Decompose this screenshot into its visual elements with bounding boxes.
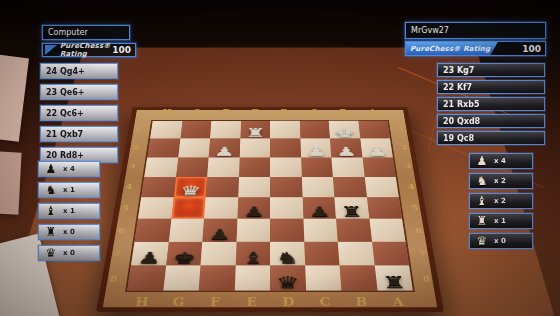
square-d7[interactable]: ♞: [270, 241, 305, 265]
square-b5[interactable]: ♜: [334, 197, 369, 219]
file-label: F: [211, 109, 241, 116]
white-rating-bar: PureChess® Rating 100: [42, 43, 136, 57]
black-pawn-piece: ♟: [202, 226, 236, 242]
square-d5[interactable]: [270, 197, 303, 219]
square-g2[interactable]: [178, 139, 210, 158]
square-c6[interactable]: [303, 219, 338, 242]
white-rating-label: PureChess® Rating: [60, 42, 112, 58]
file-label: D: [270, 109, 300, 116]
rook-icon: ♜: [43, 225, 59, 239]
black-queen-piece: ♛: [270, 274, 306, 292]
captured-black-queen: ♛x 0: [38, 245, 100, 261]
black-move-entry: 21 Rxb5: [437, 97, 545, 111]
file-label: A: [379, 295, 418, 310]
file-label: A: [358, 109, 388, 116]
square-h1[interactable]: [150, 121, 182, 139]
rating-flag-icon: [45, 45, 57, 55]
square-b8[interactable]: [339, 265, 377, 290]
square-e6[interactable]: [236, 219, 270, 242]
bishop-icon: ♝: [43, 204, 59, 218]
black-rook-piece: ♜: [375, 274, 413, 292]
black-rating-label: PureChess® Rating: [410, 45, 490, 53]
square-e1[interactable]: ♜: [240, 121, 270, 139]
captured-white-queen: ♛x 0: [469, 233, 533, 249]
square-d4[interactable]: [270, 177, 302, 197]
square-d6[interactable]: [270, 219, 304, 242]
white-pawn-piece: ♟: [330, 145, 362, 158]
square-g5[interactable]: [171, 197, 206, 219]
square-d8[interactable]: ♛: [270, 265, 306, 290]
square-b1[interactable]: ♚: [329, 121, 360, 139]
square-f2[interactable]: ♟: [209, 139, 240, 158]
white-king-piece: ♚: [329, 127, 360, 140]
white-move-entry: 22 Qc6+: [40, 105, 118, 121]
captured-count: x 4: [63, 165, 75, 173]
square-a7[interactable]: [372, 241, 409, 265]
square-b6[interactable]: [336, 219, 372, 242]
square-g8[interactable]: [163, 265, 201, 290]
square-h7[interactable]: ♟: [131, 241, 168, 265]
square-c5[interactable]: ♟: [302, 197, 336, 219]
square-a2[interactable]: ♟: [360, 139, 393, 158]
captured-count: x 2: [494, 197, 506, 205]
square-c3[interactable]: [301, 157, 333, 177]
square-g4[interactable]: ♛: [173, 177, 207, 197]
file-label: B: [343, 295, 381, 310]
bishop-icon: ♝: [474, 194, 490, 208]
white-player-nameplate: Computer: [42, 25, 130, 40]
captured-white-rook: ♜x 1: [469, 213, 533, 229]
square-h2[interactable]: [147, 139, 180, 158]
file-label: E: [233, 295, 270, 310]
rook-icon: ♜: [474, 214, 490, 228]
square-d3[interactable]: [270, 157, 301, 177]
captured-count: x 2: [494, 177, 506, 185]
black-move-entry: 19 Qc8: [437, 131, 545, 145]
white-rook-piece: ♜: [240, 127, 270, 140]
square-f1[interactable]: [210, 121, 241, 139]
file-label: F: [196, 295, 233, 310]
file-label: H: [122, 295, 161, 310]
file-label: E: [240, 109, 270, 116]
black-rating-bar: PureChess® Rating 100: [405, 41, 546, 56]
square-a4[interactable]: [364, 177, 399, 197]
black-knight-piece: ♞: [270, 249, 305, 266]
square-c1[interactable]: [299, 121, 330, 139]
square-h3[interactable]: [144, 157, 178, 177]
file-label: C: [299, 109, 329, 116]
black-king-piece: ♚: [166, 249, 202, 266]
black-rook-piece: ♜: [335, 204, 369, 219]
captured-count: x 1: [63, 207, 75, 215]
black-pawn-piece: ♟: [302, 204, 336, 219]
file-label: B: [329, 109, 359, 116]
square-a1[interactable]: [358, 121, 390, 139]
black-rating-value: 100: [522, 44, 541, 54]
black-bishop-piece: ♝: [235, 249, 270, 266]
square-b3[interactable]: [331, 157, 364, 177]
black-move-entry: 20 Qxd8: [437, 114, 545, 128]
white-move-entry: 23 Qe6+: [40, 84, 118, 100]
square-f8[interactable]: [199, 265, 236, 290]
square-g3[interactable]: [176, 157, 209, 177]
file-label: H: [152, 109, 182, 116]
captured-count: x 1: [63, 186, 75, 194]
queen-icon: ♛: [43, 246, 59, 260]
black-player-nameplate: MrGvw27: [405, 22, 546, 39]
square-f5[interactable]: [204, 197, 238, 219]
captured-black-pawn: ♟x 4: [38, 161, 100, 177]
knight-icon: ♞: [43, 183, 59, 197]
square-g1[interactable]: [180, 121, 211, 139]
captured-white-bishop: ♝x 2: [469, 193, 533, 209]
white-move-entry: 21 Qxb7: [40, 126, 118, 142]
captured-count: x 1: [494, 217, 506, 225]
square-e7[interactable]: ♝: [235, 241, 270, 265]
black-pawn-piece: ♟: [131, 249, 168, 266]
white-pawn-piece: ♟: [300, 145, 331, 158]
square-c2[interactable]: ♟: [300, 139, 331, 158]
square-e5[interactable]: ♟: [237, 197, 270, 219]
pawn-icon: ♟: [43, 162, 59, 176]
queen-icon: ♛: [474, 234, 490, 248]
captured-white-knight: ♞x 2: [469, 173, 533, 189]
black-player-name: MrGvw27: [411, 26, 449, 35]
square-a3[interactable]: [362, 157, 396, 177]
square-f3[interactable]: [207, 157, 239, 177]
square-a5[interactable]: [367, 197, 402, 219]
square-d2[interactable]: [270, 139, 301, 158]
square-e2[interactable]: [239, 139, 270, 158]
square-c4[interactable]: [301, 177, 334, 197]
square-a8[interactable]: ♜: [374, 265, 413, 290]
captured-count: x 4: [494, 157, 506, 165]
captured-count: x 0: [63, 249, 75, 257]
captured-count: x 0: [63, 228, 75, 236]
white-pawn-piece: ♟: [361, 145, 393, 158]
black-move-entry: 23 Kg7: [437, 63, 545, 77]
black-move-entry: 22 Kf7: [437, 80, 545, 94]
square-g7[interactable]: ♚: [166, 241, 203, 265]
square-h4[interactable]: [141, 177, 176, 197]
file-label: C: [306, 295, 343, 310]
file-label: D: [270, 295, 307, 310]
square-e3[interactable]: [239, 157, 270, 177]
square-e4[interactable]: [238, 177, 270, 197]
square-a6[interactable]: [369, 219, 405, 242]
square-g6[interactable]: [168, 219, 204, 242]
white-move-entry: 24 Qg4+: [40, 63, 118, 79]
square-h8[interactable]: [127, 265, 166, 290]
square-b4[interactable]: [333, 177, 367, 197]
square-d1[interactable]: [270, 121, 300, 139]
paper-sheet: [0, 151, 22, 214]
captured-black-rook: ♜x 0: [38, 224, 100, 240]
chess-board: HGFEDCBA HGFEDCBA 12345678 12345678 ♜♚♟♟…: [96, 107, 444, 312]
pawn-icon: ♟: [474, 154, 490, 168]
white-player-name: Computer: [48, 28, 88, 37]
square-b2[interactable]: ♟: [330, 139, 362, 158]
black-pawn-piece: ♟: [237, 204, 270, 219]
knight-icon: ♞: [474, 174, 490, 188]
white-rating-value: 100: [112, 45, 131, 55]
white-queen-piece: ♛: [173, 184, 206, 199]
captured-count: x 0: [494, 237, 506, 245]
square-b7[interactable]: [338, 241, 375, 265]
captured-black-bishop: ♝x 1: [38, 203, 100, 219]
file-label: G: [181, 109, 211, 116]
square-c7[interactable]: [304, 241, 340, 265]
square-c8[interactable]: [305, 265, 342, 290]
file-label: G: [159, 295, 197, 310]
captured-white-pawn: ♟x 4: [469, 153, 533, 169]
board-squares: ♜♚♟♟♟♟♛♟♟♜♟♟♚♝♞♛♜: [125, 120, 415, 292]
captured-black-knight: ♞x 1: [38, 182, 100, 198]
file-labels-top: HGFEDCBA: [152, 109, 388, 116]
square-h5[interactable]: [138, 197, 173, 219]
square-h6[interactable]: [135, 219, 171, 242]
square-f4[interactable]: [206, 177, 239, 197]
square-e8[interactable]: [234, 265, 270, 290]
white-pawn-piece: ♟: [209, 145, 240, 158]
file-labels-bottom: HGFEDCBA: [122, 295, 417, 310]
square-f6[interactable]: ♟: [202, 219, 237, 242]
square-f7[interactable]: [201, 241, 237, 265]
